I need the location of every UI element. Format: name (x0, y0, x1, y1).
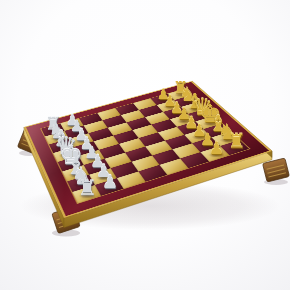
piece-white-rook[interactable]: ♜ (78, 177, 97, 198)
piece-black-pawn[interactable]: ♟ (209, 140, 224, 157)
piece-white-pawn[interactable]: ♟ (102, 173, 118, 191)
chess-set-scene: ♜♟♞♟♝♟♛♟♚♟♟♜♝♟♟♞♞♟♟♝♜♟♟♛♟♚♟♝♟♞♟♜ (0, 0, 290, 290)
piece-black-rook[interactable]: ♜ (228, 131, 246, 151)
